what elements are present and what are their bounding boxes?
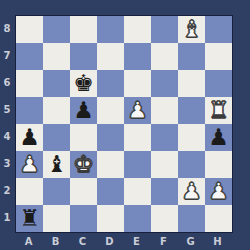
square-b8[interactable]	[43, 16, 70, 43]
square-b7[interactable]	[43, 43, 70, 70]
square-h5[interactable]: ♜	[205, 97, 232, 124]
square-h7[interactable]	[205, 43, 232, 70]
square-a7[interactable]	[16, 43, 43, 70]
square-d4[interactable]	[97, 124, 124, 151]
square-e1[interactable]	[124, 205, 151, 232]
square-e2[interactable]	[124, 178, 151, 205]
square-b4[interactable]	[43, 124, 70, 151]
square-c5[interactable]: ♟	[70, 97, 97, 124]
rank-label-7: 7	[0, 42, 14, 69]
square-d2[interactable]	[97, 178, 124, 205]
file-label-g: G	[177, 235, 204, 249]
square-c1[interactable]	[70, 205, 97, 232]
rank-label-8: 8	[0, 15, 14, 42]
white-pawn-e5[interactable]: ♟	[124, 97, 151, 124]
square-c4[interactable]	[70, 124, 97, 151]
square-d1[interactable]	[97, 205, 124, 232]
square-f7[interactable]	[151, 43, 178, 70]
square-f6[interactable]	[151, 70, 178, 97]
square-e7[interactable]	[124, 43, 151, 70]
square-h4[interactable]: ♟	[205, 124, 232, 151]
square-f8[interactable]	[151, 16, 178, 43]
square-e4[interactable]	[124, 124, 151, 151]
rank-label-6: 6	[0, 69, 14, 96]
square-g6[interactable]	[178, 70, 205, 97]
square-d3[interactable]	[97, 151, 124, 178]
square-c8[interactable]	[70, 16, 97, 43]
square-g8[interactable]: ♝	[178, 16, 205, 43]
square-e6[interactable]	[124, 70, 151, 97]
square-b1[interactable]	[43, 205, 70, 232]
square-a4[interactable]: ♟	[16, 124, 43, 151]
square-g2[interactable]: ♟	[178, 178, 205, 205]
square-c2[interactable]	[70, 178, 97, 205]
file-label-c: C	[69, 235, 96, 249]
square-c7[interactable]	[70, 43, 97, 70]
file-label-b: B	[42, 235, 69, 249]
black-bishop-b3[interactable]: ♝	[43, 151, 70, 178]
rank-label-4: 4	[0, 123, 14, 150]
square-d8[interactable]	[97, 16, 124, 43]
square-a6[interactable]	[16, 70, 43, 97]
square-b3[interactable]: ♝	[43, 151, 70, 178]
square-d7[interactable]	[97, 43, 124, 70]
white-bishop-g8[interactable]: ♝	[178, 16, 205, 43]
white-pawn-g2[interactable]: ♟	[178, 178, 205, 205]
rank-label-1: 1	[0, 204, 14, 231]
square-f5[interactable]	[151, 97, 178, 124]
square-b2[interactable]	[43, 178, 70, 205]
square-e8[interactable]	[124, 16, 151, 43]
board-frame: ♝♚♟♟♜♟♟♟♝♚♟♟♜ 87654321 ABCDEFGH	[0, 0, 250, 250]
square-c3[interactable]: ♚	[70, 151, 97, 178]
square-f2[interactable]	[151, 178, 178, 205]
file-label-h: H	[204, 235, 231, 249]
rank-label-3: 3	[0, 150, 14, 177]
square-h2[interactable]: ♟	[205, 178, 232, 205]
square-f3[interactable]	[151, 151, 178, 178]
square-e3[interactable]	[124, 151, 151, 178]
black-king-c6[interactable]: ♚	[70, 70, 97, 97]
square-a2[interactable]	[16, 178, 43, 205]
chess-board[interactable]: ♝♚♟♟♜♟♟♟♝♚♟♟♜	[15, 15, 233, 233]
square-b5[interactable]	[43, 97, 70, 124]
rank-label-2: 2	[0, 177, 14, 204]
file-label-f: F	[150, 235, 177, 249]
square-h6[interactable]	[205, 70, 232, 97]
square-g3[interactable]	[178, 151, 205, 178]
file-label-a: A	[15, 235, 42, 249]
square-a3[interactable]: ♟	[16, 151, 43, 178]
white-pawn-a3[interactable]: ♟	[16, 151, 43, 178]
file-label-d: D	[96, 235, 123, 249]
file-label-e: E	[123, 235, 150, 249]
white-pawn-h2[interactable]: ♟	[205, 178, 232, 205]
black-rook-a1[interactable]: ♜	[16, 205, 43, 232]
square-g7[interactable]	[178, 43, 205, 70]
square-c6[interactable]: ♚	[70, 70, 97, 97]
black-pawn-c5[interactable]: ♟	[70, 97, 97, 124]
square-d6[interactable]	[97, 70, 124, 97]
white-rook-h5[interactable]: ♜	[205, 97, 232, 124]
square-g5[interactable]	[178, 97, 205, 124]
square-f4[interactable]	[151, 124, 178, 151]
square-a1[interactable]: ♜	[16, 205, 43, 232]
white-king-c3[interactable]: ♚	[70, 151, 97, 178]
square-e5[interactable]: ♟	[124, 97, 151, 124]
square-h3[interactable]	[205, 151, 232, 178]
rank-label-5: 5	[0, 96, 14, 123]
square-d5[interactable]	[97, 97, 124, 124]
square-a8[interactable]	[16, 16, 43, 43]
black-pawn-a4[interactable]: ♟	[16, 124, 43, 151]
square-h1[interactable]	[205, 205, 232, 232]
square-a5[interactable]	[16, 97, 43, 124]
square-g4[interactable]	[178, 124, 205, 151]
square-f1[interactable]	[151, 205, 178, 232]
square-g1[interactable]	[178, 205, 205, 232]
square-h8[interactable]	[205, 16, 232, 43]
square-b6[interactable]	[43, 70, 70, 97]
black-pawn-h4[interactable]: ♟	[205, 124, 232, 151]
